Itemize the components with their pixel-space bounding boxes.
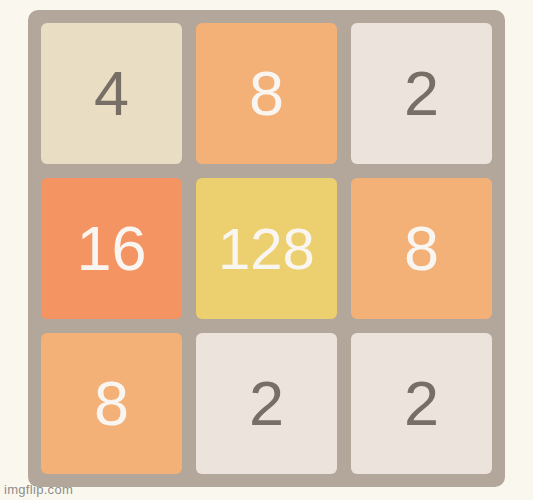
tile-r1c2: 8 — [196, 23, 337, 164]
imgflip-watermark: imgflip.com — [4, 482, 73, 497]
tile-r3c2: 2 — [196, 333, 337, 474]
tile-r2c2: 128 — [196, 178, 337, 319]
tile-r1c3: 2 — [351, 23, 492, 164]
tile-r1c1: 4 — [41, 23, 182, 164]
tile-r2c1: 16 — [41, 178, 182, 319]
tile-r3c1: 8 — [41, 333, 182, 474]
2048-board[interactable]: 482161288822 — [28, 10, 505, 487]
tile-r2c3: 8 — [351, 178, 492, 319]
tile-r3c3: 2 — [351, 333, 492, 474]
